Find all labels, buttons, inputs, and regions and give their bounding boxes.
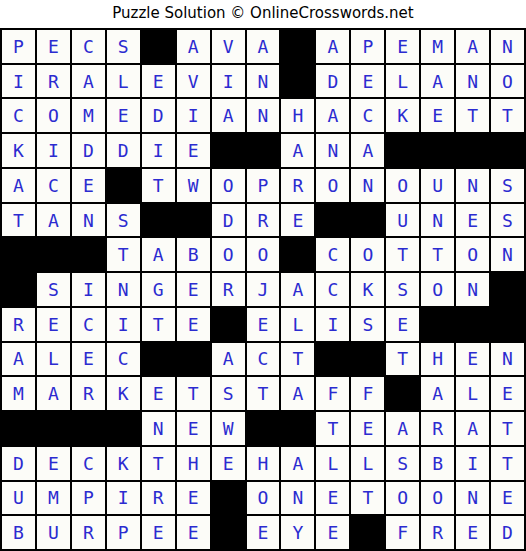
grid-cell: E [456,343,489,376]
grid-cell: R [72,377,105,410]
black-cell [386,134,419,167]
black-cell [107,412,140,445]
black-cell [247,412,280,445]
grid-cell: T [491,412,524,445]
black-cell [351,343,384,376]
grid-cell: E [37,447,70,480]
grid-cell: T [142,447,175,480]
grid-cell: R [142,482,175,515]
grid-cell: L [351,447,384,480]
grid-cell: N [72,204,105,237]
grid-cell: S [491,204,524,237]
grid-cell: L [316,447,349,480]
grid-cell: R [2,308,35,341]
black-cell [212,134,245,167]
grid-cell: D [491,516,524,549]
black-cell [72,238,105,271]
black-cell [247,134,280,167]
grid-cell: N [456,273,489,306]
grid-cell: O [491,65,524,98]
grid-cell: A [421,65,454,98]
black-cell [212,516,245,549]
grid-cell: E [421,99,454,132]
grid-cell: O [247,238,280,271]
grid-cell: E [247,516,280,549]
black-cell [386,377,419,410]
crossword-grid: PECSAVAAPEMANIRALEVINDELANOCOMEDIANHACKE… [0,28,526,551]
black-cell [107,169,140,202]
grid-cell: A [456,30,489,63]
grid-cell: E [177,134,210,167]
grid-cell: C [316,273,349,306]
grid-cell: S [491,169,524,202]
grid-cell: I [2,65,35,98]
grid-cell: T [2,204,35,237]
grid-cell: E [142,516,175,549]
grid-cell: I [37,134,70,167]
grid-cell: A [177,30,210,63]
black-cell [456,308,489,341]
grid-cell: I [177,99,210,132]
grid-cell: A [281,377,314,410]
grid-cell: N [142,412,175,445]
grid-cell: A [421,377,454,410]
grid-cell: A [316,99,349,132]
grid-cell: M [37,482,70,515]
grid-cell: N [491,238,524,271]
grid-cell: T [386,238,419,271]
grid-cell: T [351,482,384,515]
grid-cell: N [316,134,349,167]
grid-cell: R [72,516,105,549]
grid-cell: E [177,516,210,549]
grid-cell: B [2,516,35,549]
black-cell [177,343,210,376]
grid-cell: L [37,343,70,376]
grid-cell: K [386,99,419,132]
grid-cell: H [247,447,280,480]
black-cell [316,343,349,376]
grid-cell: E [456,516,489,549]
black-cell [177,204,210,237]
page-title: Puzzle Solution © OnlineCrosswords.net [0,0,526,27]
grid-cell: C [72,30,105,63]
grid-cell: N [107,273,140,306]
grid-cell: D [2,447,35,480]
grid-cell: D [316,65,349,98]
grid-cell: H [177,447,210,480]
grid-cell: T [491,99,524,132]
grid-cell: R [37,65,70,98]
grid-cell: I [107,308,140,341]
grid-cell: K [107,447,140,480]
black-cell [281,30,314,63]
grid-cell: M [2,377,35,410]
grid-cell: T [247,377,280,410]
grid-cell: V [177,65,210,98]
grid-cell: T [491,447,524,480]
grid-cell: I [316,308,349,341]
grid-cell: A [456,412,489,445]
grid-cell: E [491,377,524,410]
grid-cell: E [72,169,105,202]
grid-cell: L [281,308,314,341]
grid-cell: E [177,482,210,515]
grid-cell: G [142,273,175,306]
grid-cell: P [351,30,384,63]
grid-cell: W [177,169,210,202]
grid-cell: M [72,99,105,132]
grid-cell: I [456,447,489,480]
black-cell [72,412,105,445]
grid-cell: F [351,377,384,410]
grid-cell: E [386,30,419,63]
grid-cell: A [2,343,35,376]
grid-cell: O [212,238,245,271]
grid-cell: N [491,30,524,63]
grid-cell: C [316,238,349,271]
grid-cell: E [247,308,280,341]
grid-cell: H [281,99,314,132]
grid-cell: E [107,99,140,132]
grid-cell: F [386,516,419,549]
grid-cell: E [491,482,524,515]
grid-cell: C [37,169,70,202]
grid-cell: N [421,204,454,237]
grid-cell: A [37,377,70,410]
grid-cell: S [386,273,419,306]
grid-cell: B [421,447,454,480]
black-cell [142,30,175,63]
grid-cell: E [177,412,210,445]
grid-cell: T [177,377,210,410]
grid-cell: W [212,412,245,445]
grid-cell: A [212,343,245,376]
grid-cell: T [421,238,454,271]
grid-cell: N [456,169,489,202]
grid-cell: N [351,169,384,202]
grid-cell: T [316,412,349,445]
grid-cell: C [351,99,384,132]
grid-cell: T [456,99,489,132]
black-cell [491,308,524,341]
grid-cell: T [107,238,140,271]
grid-cell: F [316,377,349,410]
grid-cell: K [107,377,140,410]
grid-cell: U [2,482,35,515]
grid-cell: A [281,447,314,480]
grid-cell: M [421,30,454,63]
grid-cell: L [456,377,489,410]
grid-cell: S [107,30,140,63]
black-cell [456,134,489,167]
black-cell [421,134,454,167]
grid-cell: E [72,343,105,376]
puzzle-solution-page: Puzzle Solution © OnlineCrosswords.net P… [0,0,526,551]
black-cell [351,516,384,549]
grid-cell: O [212,169,245,202]
grid-cell: S [212,377,245,410]
grid-cell: E [142,65,175,98]
grid-cell: O [421,482,454,515]
grid-cell: C [72,447,105,480]
grid-cell: N [456,65,489,98]
grid-cell: E [386,308,419,341]
grid-cell: C [72,308,105,341]
grid-cell: T [281,343,314,376]
black-cell [281,412,314,445]
grid-cell: R [281,169,314,202]
grid-cell: J [247,273,280,306]
black-cell [2,412,35,445]
grid-cell: I [72,273,105,306]
grid-cell: A [72,65,105,98]
grid-cell: A [281,273,314,306]
grid-cell: S [386,447,419,480]
grid-cell: A [351,134,384,167]
grid-cell: I [212,65,245,98]
grid-cell: O [421,273,454,306]
grid-cell: O [37,99,70,132]
grid-cell: A [386,412,419,445]
grid-cell: U [421,169,454,202]
grid-cell: N [456,482,489,515]
grid-cell: A [247,30,280,63]
grid-cell: N [247,65,280,98]
grid-cell: L [107,65,140,98]
black-cell [491,134,524,167]
grid-cell: P [107,516,140,549]
black-cell [491,273,524,306]
grid-cell: Y [281,516,314,549]
grid-cell: A [212,99,245,132]
grid-cell: E [212,447,245,480]
black-cell [421,308,454,341]
grid-cell: O [456,238,489,271]
black-cell [37,412,70,445]
grid-cell: A [37,204,70,237]
grid-cell: C [107,343,140,376]
grid-cell: K [2,134,35,167]
black-cell [351,204,384,237]
grid-cell: E [177,308,210,341]
grid-cell: O [351,238,384,271]
grid-cell: A [2,169,35,202]
grid-cell: I [107,482,140,515]
grid-cell: L [386,65,419,98]
grid-cell: O [386,482,419,515]
grid-cell: T [386,343,419,376]
grid-cell: E [281,204,314,237]
grid-cell: E [351,65,384,98]
grid-cell: K [351,273,384,306]
grid-cell: N [247,99,280,132]
grid-cell: S [37,273,70,306]
black-cell [2,238,35,271]
grid-cell: T [142,169,175,202]
grid-cell: P [2,30,35,63]
grid-cell: E [316,516,349,549]
grid-cell: T [142,308,175,341]
grid-cell: O [316,169,349,202]
black-cell [212,308,245,341]
grid-cell: R [421,516,454,549]
grid-cell: E [456,204,489,237]
grid-cell: N [281,482,314,515]
grid-cell: C [2,99,35,132]
grid-cell: S [351,308,384,341]
grid-cell: A [281,134,314,167]
grid-cell: A [316,30,349,63]
grid-cell: U [386,204,419,237]
grid-cell: E [142,377,175,410]
grid-cell: P [247,169,280,202]
grid-cell: C [247,343,280,376]
grid-cell: U [37,516,70,549]
grid-cell: R [421,412,454,445]
grid-cell: P [72,482,105,515]
black-cell [316,204,349,237]
grid-cell: N [491,343,524,376]
grid-cell: O [386,169,419,202]
grid-cell: R [247,204,280,237]
grid-cell: E [37,30,70,63]
grid-cell: D [212,204,245,237]
black-cell [281,238,314,271]
grid-cell: B [177,238,210,271]
grid-cell: A [142,238,175,271]
black-cell [2,273,35,306]
grid-cell: V [212,30,245,63]
grid-cell: E [351,412,384,445]
grid-cell: R [212,273,245,306]
grid-cell: O [247,482,280,515]
grid-cell: E [177,273,210,306]
grid-cell: D [107,134,140,167]
grid-cell: E [37,308,70,341]
grid-cell: D [72,134,105,167]
grid-cell: H [421,343,454,376]
black-cell [212,482,245,515]
black-cell [142,343,175,376]
grid-cell: S [107,204,140,237]
black-cell [281,65,314,98]
grid-cell: D [142,99,175,132]
black-cell [37,238,70,271]
black-cell [142,204,175,237]
grid-cell: I [142,134,175,167]
grid-cell: E [316,482,349,515]
